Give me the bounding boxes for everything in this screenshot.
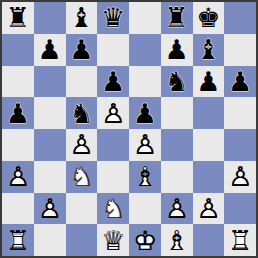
- black-pawn[interactable]: ♟: [224, 66, 256, 98]
- square-f5[interactable]: [161, 97, 193, 129]
- square-a4[interactable]: [2, 129, 34, 161]
- white-pawn[interactable]: ♟♙: [2, 161, 34, 193]
- white-king[interactable]: ♚♔: [129, 224, 161, 256]
- square-c3[interactable]: ♞♘: [66, 161, 98, 193]
- square-d8[interactable]: ♛: [97, 2, 129, 34]
- square-h1[interactable]: ♜♖: [224, 224, 256, 256]
- square-d2[interactable]: ♞♘: [97, 193, 129, 225]
- square-a3[interactable]: ♟♙: [2, 161, 34, 193]
- black-king[interactable]: ♚: [193, 2, 225, 34]
- square-h2[interactable]: [224, 193, 256, 225]
- white-knight[interactable]: ♞♘: [66, 161, 98, 193]
- square-b7[interactable]: ♟: [34, 34, 66, 66]
- piece-outline: ♘: [97, 193, 129, 225]
- black-pawn[interactable]: ♟: [34, 34, 66, 66]
- square-b6[interactable]: [34, 66, 66, 98]
- piece-outline: ♙: [193, 193, 225, 225]
- square-d4[interactable]: [97, 129, 129, 161]
- black-knight[interactable]: ♞: [66, 97, 98, 129]
- chess-board: ♜♝♛♜♚♟♟♟♝♟♞♟♟♟♞♟♙♟♟♙♟♙♟♙♞♘♝♗♟♙♟♙♞♘♟♙♟♙♜♖…: [0, 0, 258, 258]
- square-e7[interactable]: [129, 34, 161, 66]
- black-pawn[interactable]: ♟: [2, 97, 34, 129]
- black-knight[interactable]: ♞: [161, 66, 193, 98]
- white-queen[interactable]: ♛♕: [97, 224, 129, 256]
- black-pawn[interactable]: ♟: [66, 34, 98, 66]
- black-bishop[interactable]: ♝: [66, 2, 98, 34]
- square-f6[interactable]: ♞: [161, 66, 193, 98]
- piece-outline: ♕: [97, 224, 129, 256]
- white-pawn[interactable]: ♟♙: [129, 129, 161, 161]
- piece-outline: ♗: [129, 161, 161, 193]
- square-c2[interactable]: [66, 193, 98, 225]
- white-pawn[interactable]: ♟♙: [66, 129, 98, 161]
- square-g5[interactable]: [193, 97, 225, 129]
- square-g8[interactable]: ♚: [193, 2, 225, 34]
- white-pawn[interactable]: ♟♙: [193, 193, 225, 225]
- square-c7[interactable]: ♟: [66, 34, 98, 66]
- square-a6[interactable]: [2, 66, 34, 98]
- square-b8[interactable]: [34, 2, 66, 34]
- square-b2[interactable]: ♟♙: [34, 193, 66, 225]
- white-rook[interactable]: ♜♖: [224, 224, 256, 256]
- piece-outline: ♘: [66, 161, 98, 193]
- white-bishop[interactable]: ♝♗: [161, 224, 193, 256]
- square-h7[interactable]: [224, 34, 256, 66]
- square-a1[interactable]: ♜♖: [2, 224, 34, 256]
- square-h4[interactable]: [224, 129, 256, 161]
- square-b4[interactable]: [34, 129, 66, 161]
- black-pawn[interactable]: ♟: [193, 66, 225, 98]
- piece-outline: ♙: [66, 129, 98, 161]
- square-e5[interactable]: ♟: [129, 97, 161, 129]
- piece-outline: ♙: [2, 161, 34, 193]
- square-b1[interactable]: [34, 224, 66, 256]
- square-e8[interactable]: [129, 2, 161, 34]
- piece-outline: ♔: [129, 224, 161, 256]
- black-rook[interactable]: ♜: [161, 2, 193, 34]
- piece-outline: ♙: [224, 161, 256, 193]
- square-h5[interactable]: [224, 97, 256, 129]
- square-d1[interactable]: ♛♕: [97, 224, 129, 256]
- square-f4[interactable]: [161, 129, 193, 161]
- square-a7[interactable]: [2, 34, 34, 66]
- piece-outline: ♗: [161, 224, 193, 256]
- square-d7[interactable]: [97, 34, 129, 66]
- square-e4[interactable]: ♟♙: [129, 129, 161, 161]
- piece-outline: ♖: [2, 224, 34, 256]
- black-pawn[interactable]: ♟: [97, 66, 129, 98]
- square-f8[interactable]: ♜: [161, 2, 193, 34]
- piece-outline: ♙: [129, 129, 161, 161]
- piece-outline: ♙: [34, 193, 66, 225]
- square-e6[interactable]: [129, 66, 161, 98]
- white-pawn[interactable]: ♟♙: [224, 161, 256, 193]
- square-c6[interactable]: [66, 66, 98, 98]
- square-g1[interactable]: [193, 224, 225, 256]
- square-d6[interactable]: ♟: [97, 66, 129, 98]
- square-g4[interactable]: [193, 129, 225, 161]
- black-pawn[interactable]: ♟: [129, 97, 161, 129]
- square-c4[interactable]: ♟♙: [66, 129, 98, 161]
- white-pawn[interactable]: ♟♙: [34, 193, 66, 225]
- square-c1[interactable]: [66, 224, 98, 256]
- square-e2[interactable]: [129, 193, 161, 225]
- square-d3[interactable]: [97, 161, 129, 193]
- square-a8[interactable]: ♜: [2, 2, 34, 34]
- black-bishop[interactable]: ♝: [193, 34, 225, 66]
- white-pawn[interactable]: ♟♙: [161, 193, 193, 225]
- white-bishop[interactable]: ♝♗: [129, 161, 161, 193]
- square-a5[interactable]: ♟: [2, 97, 34, 129]
- square-b3[interactable]: [34, 161, 66, 193]
- piece-outline: ♙: [97, 97, 129, 129]
- piece-outline: ♙: [161, 193, 193, 225]
- white-pawn[interactable]: ♟♙: [97, 97, 129, 129]
- square-a2[interactable]: [2, 193, 34, 225]
- square-g7[interactable]: ♝: [193, 34, 225, 66]
- square-f3[interactable]: [161, 161, 193, 193]
- black-rook[interactable]: ♜: [2, 2, 34, 34]
- white-knight[interactable]: ♞♘: [97, 193, 129, 225]
- square-c5[interactable]: ♞: [66, 97, 98, 129]
- square-h8[interactable]: [224, 2, 256, 34]
- white-rook[interactable]: ♜♖: [2, 224, 34, 256]
- square-h3[interactable]: ♟♙: [224, 161, 256, 193]
- square-c8[interactable]: ♝: [66, 2, 98, 34]
- square-g3[interactable]: [193, 161, 225, 193]
- square-e3[interactable]: ♝♗: [129, 161, 161, 193]
- square-g6[interactable]: ♟: [193, 66, 225, 98]
- square-f1[interactable]: ♝♗: [161, 224, 193, 256]
- square-b5[interactable]: [34, 97, 66, 129]
- piece-outline: ♖: [224, 224, 256, 256]
- square-f2[interactable]: ♟♙: [161, 193, 193, 225]
- square-h6[interactable]: ♟: [224, 66, 256, 98]
- square-f7[interactable]: ♟: [161, 34, 193, 66]
- black-pawn[interactable]: ♟: [161, 34, 193, 66]
- black-queen[interactable]: ♛: [97, 2, 129, 34]
- square-g2[interactable]: ♟♙: [193, 193, 225, 225]
- square-d5[interactable]: ♟♙: [97, 97, 129, 129]
- square-e1[interactable]: ♚♔: [129, 224, 161, 256]
